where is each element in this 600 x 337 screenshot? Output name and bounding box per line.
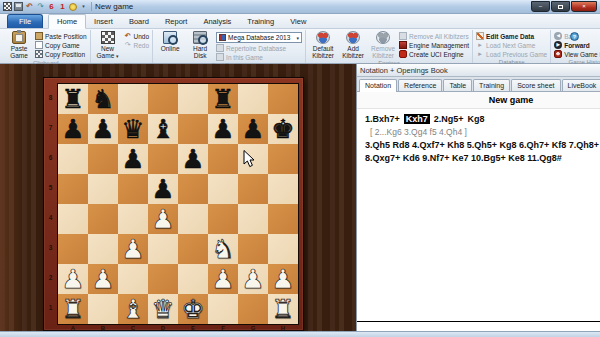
black-rook-a8[interactable]: ♜ [61,84,84,114]
tab-training[interactable]: Training [473,79,510,91]
lightbulb-icon[interactable] [69,3,77,11]
remove-all-kibitzers-icon [399,32,407,40]
add-kibitzer-label: Add Kibitzer [339,45,367,59]
square-f5[interactable] [208,174,238,204]
square-f7[interactable]: ♟ [208,114,238,144]
square-b2[interactable]: ♟ [88,264,118,294]
square-a6[interactable] [58,144,88,174]
close-button[interactable]: × [571,1,597,12]
move[interactable]: Kxh7 [404,114,430,124]
help-button[interactable]: ? [570,32,579,41]
repertoire-label: Repertoire Database [226,45,286,52]
forward-icon: ▶ [554,41,562,49]
add-kibitzer-icon [346,31,360,44]
square-a2[interactable]: ♟ [58,264,88,294]
black-bishop-d7[interactable]: ♝ [151,114,174,144]
online-label: Online [161,45,180,52]
black-king-h7[interactable]: ♚ [271,114,294,144]
maximize-icon [558,5,563,9]
square-f4[interactable] [208,204,238,234]
repertoire-icon [216,44,224,52]
new-game-button[interactable]: New Game ▾ [94,30,122,60]
square-c3[interactable]: ♟ [118,234,148,264]
hard-disk-label: Hard Disk [186,45,214,59]
tab-file[interactable]: File [7,14,43,28]
white-pawn-a2[interactable]: ♟ [61,264,84,294]
notation-panel: Notation + Openings Book ▾ × Notation Re… [356,64,600,331]
tab-training[interactable]: Training [239,15,282,28]
search-game-icon [216,53,224,61]
square-b3[interactable] [88,234,118,264]
in-this-game-label: In this Game [226,54,263,61]
white-pawn-c3[interactable]: ♟ [121,234,144,264]
square-e3[interactable] [178,234,208,264]
create-uci-engine-label: Create UCI Engine [409,51,464,58]
mouse-cursor [243,150,255,168]
black-rook-f8[interactable]: ♜ [211,84,234,114]
square-d2[interactable] [148,264,178,294]
white-queen-d1[interactable]: ♛ [151,294,174,324]
square-g7[interactable]: ♟ [238,114,268,144]
copy-game-button[interactable]: Copy Game [35,41,87,49]
grid-icon [35,50,43,58]
square-a4[interactable] [58,204,88,234]
view-game-history-button[interactable]: View Game History [554,50,600,58]
square-b5[interactable] [88,174,118,204]
load-previous-game-label: Load Previous Game [486,51,547,58]
square-b8[interactable]: ♞ [88,84,118,114]
tab-view[interactable]: View [282,15,314,28]
square-c7[interactable]: ♛ [118,114,148,144]
hard-disk-icon [193,31,207,44]
square-c5[interactable] [118,174,148,204]
square-h8[interactable] [268,84,298,114]
square-h1[interactable]: ♜ [268,294,298,324]
chessbase-window: ↶ ↷ 6 1 ▾ New game – × File Home Insert … [0,0,600,337]
history-icon [554,50,562,58]
white-rook-a1[interactable]: ♜ [61,294,84,324]
remove-all-kibitzers-button[interactable]: Remove All Kibitzers [399,32,469,40]
window-controls: – × [530,1,597,12]
uci-icon [399,50,407,58]
black-pawn-c6[interactable]: ♟ [121,144,144,174]
rank-label: 7 [44,113,57,143]
panel-divider [357,321,600,331]
rank-label: 5 [44,173,57,203]
square-e7[interactable] [178,114,208,144]
square-e5[interactable] [178,174,208,204]
undo-icon[interactable]: ↶ [25,2,34,11]
tab-notation[interactable]: Notation [359,79,397,92]
square-e4[interactable] [178,204,208,234]
rank-labels: 87654321 [44,83,57,323]
square-f3[interactable]: ♞ [208,234,238,264]
square-b4[interactable] [88,204,118,234]
tab-board[interactable]: Board [121,15,157,28]
edit-game-data-button[interactable]: Edit Game Data [476,32,547,40]
chessboard-icon [101,31,115,44]
black-pawn-a7[interactable]: ♟ [61,114,84,144]
notation-body: 1.Bxh7+Kxh72.Ng5+Kg8[ 2...Kg6 3.Qg4 f5 4… [357,109,600,321]
square-e2[interactable] [178,264,208,294]
copy-position-button[interactable]: Copy Position [35,50,87,58]
database-combo-value: Mega Database 2013 [228,34,290,41]
square-e1[interactable]: ♚ [178,294,208,324]
default-kibitzer-label: Default Kibitzer [309,45,337,59]
hard-disk-button[interactable]: Hard Disk [186,30,214,61]
tab-table[interactable]: Table [443,79,472,91]
load-previous-game-button[interactable]: ▸Load Previous Game [476,50,547,58]
black-pawn-f7[interactable]: ♟ [211,114,234,144]
square-g2[interactable]: ♟ [238,264,268,294]
move-list: 1.Bxh7+Kxh72.Ng5+Kg8[ 2...Kg6 3.Qg4 f5 4… [365,113,600,165]
undo-button[interactable]: ↶Undo [124,32,150,40]
move[interactable]: Kg8 [468,114,485,124]
create-uci-engine-button[interactable]: Create UCI Engine [399,50,469,58]
white-pawn-f2[interactable]: ♟ [211,264,234,294]
square-c2[interactable] [118,264,148,294]
ribbon-group-game: New Game ▾ ↶Undo ↷Redo game [91,30,154,63]
repertoire-database-button[interactable]: Repertoire Database [216,44,302,52]
rank-label: 8 [44,83,57,113]
square-c6[interactable]: ♟ [118,144,148,174]
chevron-down-icon: ▾ [116,53,119,59]
square-d8[interactable] [148,84,178,114]
online-search-icon [163,31,177,44]
square-f6[interactable] [208,144,238,174]
paste-game-button[interactable]: Paste Game [5,30,33,59]
move[interactable]: 2.Ng5+ [434,114,464,124]
qat-dropdown-icon[interactable]: ▾ [79,2,88,11]
rank-label: 6 [44,143,57,173]
black-knight-b8[interactable]: ♞ [91,84,114,114]
square-d6[interactable] [148,144,178,174]
tab-insert[interactable]: Insert [86,15,121,28]
save-icon[interactable] [14,2,23,11]
forward-label: Forward [564,42,590,49]
notation-panel-header: Notation + Openings Book ▾ × [357,64,600,77]
square-a7[interactable]: ♟ [58,114,88,144]
ribbon-group-clipboard: Paste Game Paste Position Copy Game Copy… [2,30,91,63]
rank-label: 2 [44,263,57,293]
load-previous-icon: ▸ [476,50,484,58]
black-pawn-e6[interactable]: ♟ [181,144,204,174]
square-g8[interactable] [238,84,268,114]
edit-pencil-icon [476,32,484,40]
ribbon: Paste Game Paste Position Copy Game Copy… [0,29,600,64]
square-h3[interactable] [268,234,298,264]
undo-arrow-icon: ↶ [124,32,132,40]
redo-icon[interactable]: ↷ [36,2,45,11]
new-board-icon[interactable] [3,2,12,11]
default-kibitzer-button[interactable]: Default Kibitzer [309,30,337,59]
rank-label: 4 [44,203,57,233]
forward-button[interactable]: ▶Forward [554,41,600,49]
square-b6[interactable] [88,144,118,174]
black-pawn-d5[interactable]: ♟ [151,174,174,204]
database-combo[interactable]: Mega Database 2013 ▾ [216,32,302,43]
new-game-label: New Game [97,45,115,59]
square-f2[interactable]: ♟ [208,264,238,294]
edit-game-data-label: Edit Game Data [486,33,534,40]
status-bar [0,331,600,337]
page-icon [35,41,43,49]
maximize-button[interactable] [551,1,570,12]
square-f8[interactable]: ♜ [208,84,238,114]
quick-access-toolbar: ↶ ↷ 6 1 ▾ [3,2,88,11]
add-kibitzer-button[interactable]: Add Kibitzer [339,30,367,59]
move[interactable]: [ 2...Kg6 3.Qg4 f5 4.Qh4 ] [370,127,467,137]
paste-position-label: Paste Position [45,33,87,40]
remove-kibitzer-button[interactable]: Remove Kibitzer [369,30,397,59]
square-c4[interactable] [118,204,148,234]
white-pawn-h2[interactable]: ♟ [271,264,294,294]
white-bishop-c1[interactable]: ♝ [121,294,144,324]
square-g5[interactable] [238,174,268,204]
default-kibitzer-icon [316,31,330,44]
notation-tabs: Notation Reference Table Training Score … [357,77,600,92]
square-e8[interactable] [178,84,208,114]
tab-livebook[interactable]: LiveBook [562,79,600,91]
remove-all-kibitzers-label: Remove All Kibitzers [409,33,469,40]
copy-game-label: Copy Game [45,42,80,49]
view-game-history-label: View Game History [564,51,600,58]
tab-home[interactable]: Home [48,14,86,29]
square-b1[interactable] [88,294,118,324]
square-h2[interactable]: ♟ [268,264,298,294]
square-h4[interactable] [268,204,298,234]
remove-kibitzer-label: Remove Kibitzer [369,45,397,59]
square-d1[interactable]: ♛ [148,294,178,324]
title-bar: ↶ ↷ 6 1 ▾ New game – × [0,0,600,14]
redo-label: Redo [134,42,150,49]
main-content: 87654321 ♜♞♜♟♟♛♝♟♟♚♟♟♟♟♟♞♟♟♟♟♟♜♝♛♚♜ ABCD… [0,64,600,331]
white-rook-h1[interactable]: ♜ [271,294,294,324]
square-d5[interactable]: ♟ [148,174,178,204]
paste-game-icon [12,31,26,44]
square-h5[interactable] [268,174,298,204]
black-queen-c7[interactable]: ♛ [121,114,144,144]
clipboard-icon [35,32,43,40]
square-b7[interactable]: ♟ [88,114,118,144]
back-icon: ◀ [554,32,562,40]
notation-panel-title: Notation + Openings Book [360,66,600,75]
minimize-button[interactable]: – [531,1,550,12]
move[interactable]: 3.Qh5 Rd8 4.Qxf7+ Kh8 5.Qh5+ Kg8 6.Qh7+ … [365,140,600,163]
square-f1[interactable] [208,294,238,324]
game-title: New game [357,92,600,109]
engine-management-button[interactable]: Engine Management [399,41,469,49]
white-king-e1[interactable]: ♚ [181,294,204,324]
paste-position-button[interactable]: Paste Position [35,32,87,40]
square-d7[interactable]: ♝ [148,114,178,144]
square-a8[interactable]: ♜ [58,84,88,114]
tab-report[interactable]: Report [157,15,196,28]
tab-score-sheet[interactable]: Score sheet [511,79,560,91]
tab-analysis[interactable]: Analysis [195,15,239,28]
in-this-game-button[interactable]: In this Game [216,53,302,61]
redo-arrow-icon: ↷ [124,41,132,49]
engine-management-icon [399,41,407,49]
square-g4[interactable] [238,204,268,234]
ribbon-group-engines: Default Kibitzer Add Kibitzer Remove Kib… [306,30,473,63]
square-a5[interactable] [58,174,88,204]
chess-board: 87654321 ♜♞♜♟♟♛♝♟♟♚♟♟♟♟♟♞♟♟♟♟♟♜♝♛♚♜ ABCD… [43,77,304,331]
white-pawn-b2[interactable]: ♟ [91,264,114,294]
load-next-game-label: Load Next Game [486,42,535,49]
load-next-game-button[interactable]: ▸Load Next Game [476,41,547,49]
square-c1[interactable]: ♝ [118,294,148,324]
square-h7[interactable]: ♚ [268,114,298,144]
board-pane: 87654321 ♜♞♜♟♟♛♝♟♟♚♟♟♟♟♟♞♟♟♟♟♟♜♝♛♚♜ ABCD… [0,64,356,331]
undo-label: Undo [134,33,150,40]
square-a1[interactable]: ♜ [58,294,88,324]
rank-label: 1 [44,293,57,323]
white-knight-f3[interactable]: ♞ [211,234,234,264]
engine-management-label: Engine Management [409,42,469,49]
engine-icon[interactable]: 6 [47,2,56,11]
square-h6[interactable] [268,144,298,174]
white-pawn-g2[interactable]: ♟ [241,264,264,294]
paste-game-label: Paste Game [5,45,33,59]
database-book-icon [219,34,226,41]
ribbon-group-database: Edit Game Data ▸Load Next Game ▸Load Pre… [473,30,551,63]
remove-kibitzer-icon [376,31,390,44]
load-next-icon: ▸ [476,41,484,49]
online-button[interactable]: Online [156,30,184,61]
black-pawn-g7[interactable]: ♟ [241,114,264,144]
square-g1[interactable] [238,294,268,324]
ribbon-tab-row: File Home Insert Board Report Analysis T… [0,14,600,29]
tab-reference[interactable]: Reference [398,79,442,91]
copy-position-label: Copy Position [45,51,85,58]
square-a3[interactable] [58,234,88,264]
square-d3[interactable] [148,234,178,264]
square-g3[interactable] [238,234,268,264]
move[interactable]: 1.Bxh7+ [365,114,400,124]
white-pawn-d4[interactable]: ♟ [151,204,174,234]
rank-label: 3 [44,233,57,263]
engine-icon[interactable]: 1 [58,2,67,11]
square-c8[interactable] [118,84,148,114]
square-d4[interactable]: ♟ [148,204,178,234]
redo-button[interactable]: ↷Redo [124,41,150,49]
square-e6[interactable]: ♟ [178,144,208,174]
separator [91,2,92,11]
board-squares: ♜♞♜♟♟♛♝♟♟♚♟♟♟♟♟♞♟♟♟♟♟♜♝♛♚♜ [57,83,299,325]
ribbon-group-find-position: Online Hard Disk Mega Database 2013 ▾ Re… [153,30,306,63]
chevron-down-icon: ▾ [297,35,300,41]
black-pawn-b7[interactable]: ♟ [91,114,114,144]
window-title: New game [95,2,133,11]
